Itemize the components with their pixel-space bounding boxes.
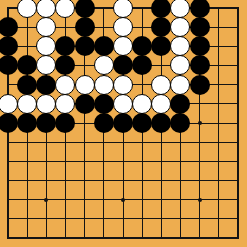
intersection-i7[interactable] xyxy=(152,113,171,132)
intersection-i1[interactable] xyxy=(152,228,171,247)
black-stone xyxy=(17,55,37,75)
intersection-l10[interactable] xyxy=(209,56,228,75)
intersection-f7[interactable] xyxy=(94,113,113,132)
intersection-i5[interactable] xyxy=(152,152,171,171)
intersection-f11[interactable] xyxy=(94,37,113,56)
white-stone xyxy=(170,36,190,56)
intersection-h2[interactable] xyxy=(133,209,152,228)
intersection-k9[interactable] xyxy=(190,75,209,94)
black-stone xyxy=(17,75,37,95)
black-stone xyxy=(36,113,56,133)
black-stone xyxy=(190,55,210,75)
intersection-j13[interactable] xyxy=(171,0,190,18)
intersection-i9[interactable] xyxy=(152,75,171,94)
intersection-l7[interactable] xyxy=(209,113,228,132)
intersection-m5[interactable] xyxy=(228,152,247,171)
intersection-j10[interactable] xyxy=(171,56,190,75)
intersection-l4[interactable] xyxy=(209,171,228,190)
intersection-j8[interactable] xyxy=(171,94,190,113)
black-stone xyxy=(113,55,133,75)
white-stone xyxy=(113,17,133,37)
intersection-a11[interactable] xyxy=(0,37,18,56)
intersection-i4[interactable] xyxy=(152,171,171,190)
intersection-h8[interactable] xyxy=(133,94,152,113)
white-stone xyxy=(113,94,133,114)
black-stone xyxy=(55,36,75,56)
intersection-f4[interactable] xyxy=(94,171,113,190)
intersection-m6[interactable] xyxy=(228,133,247,152)
intersection-l1[interactable] xyxy=(209,228,228,247)
intersection-e4[interactable] xyxy=(75,171,94,190)
intersection-b13[interactable] xyxy=(18,0,37,18)
intersection-j1[interactable] xyxy=(171,228,190,247)
intersection-d2[interactable] xyxy=(56,209,75,228)
intersection-h9[interactable] xyxy=(133,75,152,94)
black-stone xyxy=(94,94,114,114)
intersection-d1[interactable] xyxy=(56,228,75,247)
intersection-a5[interactable] xyxy=(0,152,18,171)
intersection-c2[interactable] xyxy=(37,209,56,228)
intersection-l3[interactable] xyxy=(209,190,228,209)
intersection-a9[interactable] xyxy=(0,75,18,94)
intersection-j2[interactable] xyxy=(171,209,190,228)
black-stone xyxy=(17,113,37,133)
intersection-h6[interactable] xyxy=(133,133,152,152)
black-stone xyxy=(36,75,56,95)
white-stone xyxy=(36,0,56,18)
white-stone xyxy=(94,55,114,75)
white-stone xyxy=(55,0,75,18)
intersection-m2[interactable] xyxy=(228,209,247,228)
intersection-m11[interactable] xyxy=(228,37,247,56)
black-stone xyxy=(151,36,171,56)
black-stone xyxy=(94,113,114,133)
intersection-c13[interactable] xyxy=(37,0,56,18)
intersection-d5[interactable] xyxy=(56,152,75,171)
white-stone xyxy=(170,55,190,75)
intersection-b7[interactable] xyxy=(18,113,37,132)
intersection-e1[interactable] xyxy=(75,228,94,247)
intersection-c3[interactable] xyxy=(37,190,56,209)
intersection-b6[interactable] xyxy=(18,133,37,152)
intersection-g5[interactable] xyxy=(113,152,132,171)
intersection-j7[interactable] xyxy=(171,113,190,132)
intersection-i2[interactable] xyxy=(152,209,171,228)
intersection-c5[interactable] xyxy=(37,152,56,171)
intersection-a3[interactable] xyxy=(0,190,18,209)
intersection-a7[interactable] xyxy=(0,113,18,132)
intersection-j5[interactable] xyxy=(171,152,190,171)
intersection-a12[interactable] xyxy=(0,18,18,37)
intersection-k5[interactable] xyxy=(190,152,209,171)
intersection-g1[interactable] xyxy=(113,228,132,247)
intersection-b11[interactable] xyxy=(18,37,37,56)
white-stone xyxy=(113,36,133,56)
go-board xyxy=(0,0,247,247)
intersection-m3[interactable] xyxy=(228,190,247,209)
intersection-a13[interactable] xyxy=(0,0,18,18)
intersection-d8[interactable] xyxy=(56,94,75,113)
intersection-j12[interactable] xyxy=(171,18,190,37)
white-stone xyxy=(113,75,133,95)
intersection-l6[interactable] xyxy=(209,133,228,152)
intersection-b9[interactable] xyxy=(18,75,37,94)
intersection-l8[interactable] xyxy=(209,94,228,113)
white-stone xyxy=(36,94,56,114)
intersection-a10[interactable] xyxy=(0,56,18,75)
intersection-j3[interactable] xyxy=(171,190,190,209)
intersection-h5[interactable] xyxy=(133,152,152,171)
intersection-h7[interactable] xyxy=(133,113,152,132)
intersection-d13[interactable] xyxy=(56,0,75,18)
black-stone xyxy=(170,94,190,114)
intersection-i3[interactable] xyxy=(152,190,171,209)
black-stone xyxy=(151,17,171,37)
black-stone xyxy=(190,75,210,95)
intersection-h1[interactable] xyxy=(133,228,152,247)
intersection-c8[interactable] xyxy=(37,94,56,113)
black-stone xyxy=(151,0,171,18)
white-stone xyxy=(94,75,114,95)
white-stone xyxy=(17,0,37,18)
intersection-a2[interactable] xyxy=(0,209,18,228)
black-stone xyxy=(170,113,190,133)
intersection-k8[interactable] xyxy=(190,94,209,113)
black-stone xyxy=(190,0,210,18)
intersection-i13[interactable] xyxy=(152,0,171,18)
intersection-i6[interactable] xyxy=(152,133,171,152)
intersection-d12[interactable] xyxy=(56,18,75,37)
intersection-m13[interactable] xyxy=(228,0,247,18)
intersection-k13[interactable] xyxy=(190,0,209,18)
black-stone xyxy=(0,55,18,75)
intersection-h4[interactable] xyxy=(133,171,152,190)
intersection-f9[interactable] xyxy=(94,75,113,94)
intersection-c9[interactable] xyxy=(37,75,56,94)
intersection-c4[interactable] xyxy=(37,171,56,190)
intersection-d6[interactable] xyxy=(56,133,75,152)
intersection-k2[interactable] xyxy=(190,209,209,228)
white-stone xyxy=(170,17,190,37)
intersection-k6[interactable] xyxy=(190,133,209,152)
intersection-g2[interactable] xyxy=(113,209,132,228)
intersection-f2[interactable] xyxy=(94,209,113,228)
intersection-l2[interactable] xyxy=(209,209,228,228)
intersection-g10[interactable] xyxy=(113,56,132,75)
intersection-g8[interactable] xyxy=(113,94,132,113)
white-stone xyxy=(113,0,133,18)
black-stone xyxy=(0,113,18,133)
intersection-g7[interactable] xyxy=(113,113,132,132)
intersection-d10[interactable] xyxy=(56,56,75,75)
white-stone xyxy=(132,94,152,114)
intersection-j11[interactable] xyxy=(171,37,190,56)
intersection-i11[interactable] xyxy=(152,37,171,56)
intersection-b4[interactable] xyxy=(18,171,37,190)
intersection-g13[interactable] xyxy=(113,0,132,18)
intersection-l12[interactable] xyxy=(209,18,228,37)
intersection-f10[interactable] xyxy=(94,56,113,75)
black-stone xyxy=(132,36,152,56)
black-stone xyxy=(0,17,18,37)
intersection-b8[interactable] xyxy=(18,94,37,113)
intersection-d11[interactable] xyxy=(56,37,75,56)
intersection-l9[interactable] xyxy=(209,75,228,94)
intersection-b2[interactable] xyxy=(18,209,37,228)
intersection-e2[interactable] xyxy=(75,209,94,228)
white-stone xyxy=(36,36,56,56)
black-stone xyxy=(0,36,18,56)
intersection-c6[interactable] xyxy=(37,133,56,152)
white-stone xyxy=(55,94,75,114)
black-stone xyxy=(190,36,210,56)
intersection-g12[interactable] xyxy=(113,18,132,37)
white-stone xyxy=(36,55,56,75)
intersection-d4[interactable] xyxy=(56,171,75,190)
intersection-b10[interactable] xyxy=(18,56,37,75)
intersection-a6[interactable] xyxy=(0,133,18,152)
board-intersections xyxy=(0,0,247,247)
intersection-h10[interactable] xyxy=(133,56,152,75)
intersection-f8[interactable] xyxy=(94,94,113,113)
intersection-k4[interactable] xyxy=(190,171,209,190)
black-stone xyxy=(190,17,210,37)
black-stone xyxy=(132,55,152,75)
black-stone xyxy=(151,113,171,133)
intersection-m1[interactable] xyxy=(228,228,247,247)
intersection-j9[interactable] xyxy=(171,75,190,94)
intersection-k11[interactable] xyxy=(190,37,209,56)
black-stone xyxy=(132,113,152,133)
intersection-m9[interactable] xyxy=(228,75,247,94)
intersection-g3[interactable] xyxy=(113,190,132,209)
black-stone xyxy=(55,55,75,75)
intersection-e8[interactable] xyxy=(75,94,94,113)
intersection-e9[interactable] xyxy=(75,75,94,94)
intersection-b5[interactable] xyxy=(18,152,37,171)
intersection-k10[interactable] xyxy=(190,56,209,75)
intersection-h3[interactable] xyxy=(133,190,152,209)
intersection-g4[interactable] xyxy=(113,171,132,190)
intersection-j4[interactable] xyxy=(171,171,190,190)
black-stone xyxy=(75,0,95,18)
intersection-e11[interactable] xyxy=(75,37,94,56)
intersection-h11[interactable] xyxy=(133,37,152,56)
intersection-f5[interactable] xyxy=(94,152,113,171)
intersection-c12[interactable] xyxy=(37,18,56,37)
intersection-g6[interactable] xyxy=(113,133,132,152)
white-stone xyxy=(170,75,190,95)
intersection-e13[interactable] xyxy=(75,0,94,18)
black-stone xyxy=(55,113,75,133)
intersection-i10[interactable] xyxy=(152,56,171,75)
black-stone xyxy=(94,36,114,56)
intersection-k7[interactable] xyxy=(190,113,209,132)
intersection-e5[interactable] xyxy=(75,152,94,171)
intersection-f13[interactable] xyxy=(94,0,113,18)
black-stone xyxy=(113,113,133,133)
intersection-g9[interactable] xyxy=(113,75,132,94)
intersection-l5[interactable] xyxy=(209,152,228,171)
intersection-a1[interactable] xyxy=(0,228,18,247)
intersection-e12[interactable] xyxy=(75,18,94,37)
intersection-d7[interactable] xyxy=(56,113,75,132)
intersection-e7[interactable] xyxy=(75,113,94,132)
intersection-k12[interactable] xyxy=(190,18,209,37)
white-stone xyxy=(17,94,37,114)
intersection-f12[interactable] xyxy=(94,18,113,37)
intersection-e3[interactable] xyxy=(75,190,94,209)
intersection-c11[interactable] xyxy=(37,37,56,56)
white-stone xyxy=(55,75,75,95)
intersection-f3[interactable] xyxy=(94,190,113,209)
intersection-b12[interactable] xyxy=(18,18,37,37)
intersection-a8[interactable] xyxy=(0,94,18,113)
intersection-c7[interactable] xyxy=(37,113,56,132)
intersection-f6[interactable] xyxy=(94,133,113,152)
intersection-c10[interactable] xyxy=(37,56,56,75)
white-stone xyxy=(75,75,95,95)
black-stone xyxy=(75,94,95,114)
intersection-f1[interactable] xyxy=(94,228,113,247)
white-stone xyxy=(151,94,171,114)
intersection-a4[interactable] xyxy=(0,171,18,190)
intersection-l11[interactable] xyxy=(209,37,228,56)
intersection-h13[interactable] xyxy=(133,0,152,18)
white-stone xyxy=(0,94,18,114)
intersection-b3[interactable] xyxy=(18,190,37,209)
intersection-i12[interactable] xyxy=(152,18,171,37)
intersection-b1[interactable] xyxy=(18,228,37,247)
white-stone xyxy=(151,75,171,95)
intersection-k3[interactable] xyxy=(190,190,209,209)
intersection-m4[interactable] xyxy=(228,171,247,190)
intersection-d3[interactable] xyxy=(56,190,75,209)
black-stone xyxy=(75,36,95,56)
intersection-k1[interactable] xyxy=(190,228,209,247)
intersection-d9[interactable] xyxy=(56,75,75,94)
intersection-j6[interactable] xyxy=(171,133,190,152)
intersection-e6[interactable] xyxy=(75,133,94,152)
intersection-m10[interactable] xyxy=(228,56,247,75)
black-stone xyxy=(75,17,95,37)
intersection-m7[interactable] xyxy=(228,113,247,132)
intersection-g11[interactable] xyxy=(113,37,132,56)
intersection-l13[interactable] xyxy=(209,0,228,18)
white-stone xyxy=(170,0,190,18)
intersection-m8[interactable] xyxy=(228,94,247,113)
intersection-e10[interactable] xyxy=(75,56,94,75)
white-stone xyxy=(36,17,56,37)
intersection-c1[interactable] xyxy=(37,228,56,247)
intersection-m12[interactable] xyxy=(228,18,247,37)
intersection-h12[interactable] xyxy=(133,18,152,37)
intersection-i8[interactable] xyxy=(152,94,171,113)
